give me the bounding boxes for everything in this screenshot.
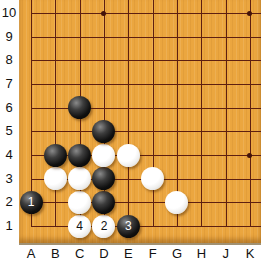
row-label-6: 6 xyxy=(0,100,18,116)
row-label-10: 10 xyxy=(0,5,18,21)
col-label-J: J xyxy=(216,246,236,262)
move-number: 2 xyxy=(101,215,108,238)
star-point-K4 xyxy=(247,153,252,158)
move-number: 1 xyxy=(28,191,35,214)
go-diagram: 1423 10987654321ABCDEFGHJK xyxy=(0,0,261,264)
go-board[interactable]: 1423 xyxy=(19,0,261,245)
row-label-8: 8 xyxy=(0,52,18,68)
grid-vline-col-B xyxy=(55,0,56,227)
stone-black-C4 xyxy=(68,144,91,167)
col-label-G: G xyxy=(167,246,187,262)
col-label-C: C xyxy=(70,246,90,262)
star-point-D10 xyxy=(101,11,106,16)
stone-white-G2 xyxy=(165,191,188,214)
stone-black-D2 xyxy=(92,191,115,214)
stone-black-D5 xyxy=(92,120,115,143)
stone-white-C2 xyxy=(68,191,91,214)
stone-white-D4 xyxy=(92,144,115,167)
move-number: 3 xyxy=(125,215,132,238)
stone-white-B3 xyxy=(44,167,67,190)
grid-vline-col-K xyxy=(250,0,251,227)
row-label-1: 1 xyxy=(0,218,18,234)
col-label-H: H xyxy=(191,246,211,262)
col-label-F: F xyxy=(143,246,163,262)
stone-white-E4 xyxy=(117,144,140,167)
row-label-3: 3 xyxy=(0,171,18,187)
row-label-9: 9 xyxy=(0,29,18,45)
stone-black-E1: 3 xyxy=(117,215,140,238)
col-label-E: E xyxy=(118,246,138,262)
grid-vline-col-E xyxy=(128,0,129,227)
stone-black-C6 xyxy=(68,96,91,119)
stone-white-C1: 4 xyxy=(68,215,91,238)
row-label-5: 5 xyxy=(0,123,18,139)
col-label-D: D xyxy=(94,246,114,262)
col-label-K: K xyxy=(240,246,260,262)
star-point-K10 xyxy=(247,11,252,16)
stone-black-A2: 1 xyxy=(20,191,43,214)
stone-black-B4 xyxy=(44,144,67,167)
grid-vline-col-H xyxy=(201,0,202,227)
stone-white-D1: 2 xyxy=(92,215,115,238)
move-number: 4 xyxy=(76,215,83,238)
row-label-2: 2 xyxy=(0,194,18,210)
row-label-4: 4 xyxy=(0,147,18,163)
grid-vline-col-F xyxy=(153,0,154,227)
grid-vline-col-J xyxy=(226,0,227,227)
stone-white-C3 xyxy=(68,167,91,190)
row-label-7: 7 xyxy=(0,76,18,92)
col-label-B: B xyxy=(45,246,65,262)
col-label-A: A xyxy=(21,246,41,262)
stone-white-F3 xyxy=(141,167,164,190)
stone-black-D3 xyxy=(92,167,115,190)
